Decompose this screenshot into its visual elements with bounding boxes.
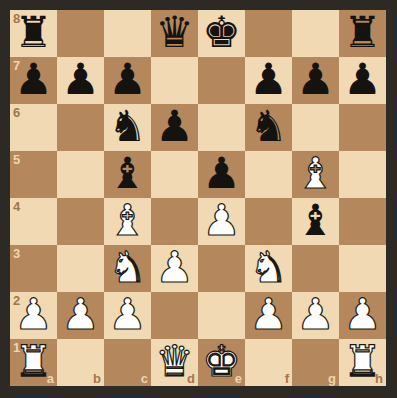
- square-c3[interactable]: ♞: [104, 245, 151, 292]
- white-queen[interactable]: ♛: [151, 338, 198, 385]
- black-rook[interactable]: ♜: [339, 9, 386, 56]
- square-d3[interactable]: ♟: [151, 245, 198, 292]
- rank-label-6: 6: [13, 106, 20, 119]
- black-pawn[interactable]: ♟: [339, 56, 386, 103]
- square-a8[interactable]: 8♜: [10, 10, 57, 57]
- square-a5[interactable]: 5: [10, 151, 57, 198]
- black-pawn[interactable]: ♟: [104, 56, 151, 103]
- square-a6[interactable]: 6: [10, 104, 57, 151]
- square-g8[interactable]: [292, 10, 339, 57]
- rank-label-5: 5: [13, 153, 20, 166]
- black-knight[interactable]: ♞: [245, 103, 292, 150]
- square-g6[interactable]: [292, 104, 339, 151]
- white-pawn[interactable]: ♟: [245, 291, 292, 338]
- square-g3[interactable]: [292, 245, 339, 292]
- square-f1[interactable]: f: [245, 339, 292, 386]
- black-knight[interactable]: ♞: [104, 103, 151, 150]
- square-b5[interactable]: [57, 151, 104, 198]
- square-e5[interactable]: ♟: [198, 151, 245, 198]
- black-pawn[interactable]: ♟: [151, 103, 198, 150]
- black-pawn[interactable]: ♟: [198, 150, 245, 197]
- square-b1[interactable]: b: [57, 339, 104, 386]
- square-h6[interactable]: [339, 104, 386, 151]
- square-b6[interactable]: [57, 104, 104, 151]
- black-pawn[interactable]: ♟: [10, 56, 57, 103]
- square-c5[interactable]: ♝: [104, 151, 151, 198]
- square-a2[interactable]: 2♟: [10, 292, 57, 339]
- square-f2[interactable]: ♟: [245, 292, 292, 339]
- white-rook[interactable]: ♜: [339, 338, 386, 385]
- square-e1[interactable]: e♚: [198, 339, 245, 386]
- square-d5[interactable]: [151, 151, 198, 198]
- black-king[interactable]: ♚: [198, 9, 245, 56]
- square-b2[interactable]: ♟: [57, 292, 104, 339]
- square-f8[interactable]: [245, 10, 292, 57]
- black-queen[interactable]: ♛: [151, 9, 198, 56]
- square-a1[interactable]: 1a♜: [10, 339, 57, 386]
- white-pawn[interactable]: ♟: [151, 244, 198, 291]
- square-h8[interactable]: ♜: [339, 10, 386, 57]
- white-knight[interactable]: ♞: [245, 244, 292, 291]
- white-pawn[interactable]: ♟: [104, 291, 151, 338]
- square-h5[interactable]: [339, 151, 386, 198]
- chess-board-frame: 8♜♛♚♜7♟♟♟♟♟♟6♞♟♞5♝♟♝4♝♟♝3♞♟♞2♟♟♟♟♟♟1a♜bc…: [0, 0, 397, 398]
- square-g7[interactable]: ♟: [292, 57, 339, 104]
- square-c1[interactable]: c: [104, 339, 151, 386]
- square-a4[interactable]: 4: [10, 198, 57, 245]
- square-e4[interactable]: ♟: [198, 198, 245, 245]
- square-f3[interactable]: ♞: [245, 245, 292, 292]
- black-pawn[interactable]: ♟: [245, 56, 292, 103]
- white-rook[interactable]: ♜: [10, 338, 57, 385]
- black-bishop[interactable]: ♝: [292, 197, 339, 244]
- square-d4[interactable]: [151, 198, 198, 245]
- rank-label-4: 4: [13, 200, 20, 213]
- white-pawn[interactable]: ♟: [10, 291, 57, 338]
- square-f5[interactable]: [245, 151, 292, 198]
- square-e8[interactable]: ♚: [198, 10, 245, 57]
- white-knight[interactable]: ♞: [104, 244, 151, 291]
- square-g2[interactable]: ♟: [292, 292, 339, 339]
- square-d2[interactable]: [151, 292, 198, 339]
- square-a3[interactable]: 3: [10, 245, 57, 292]
- square-b7[interactable]: ♟: [57, 57, 104, 104]
- square-d6[interactable]: ♟: [151, 104, 198, 151]
- square-c7[interactable]: ♟: [104, 57, 151, 104]
- file-label-c: c: [141, 372, 148, 385]
- white-pawn[interactable]: ♟: [198, 197, 245, 244]
- white-pawn[interactable]: ♟: [292, 291, 339, 338]
- black-bishop[interactable]: ♝: [104, 150, 151, 197]
- file-label-g: g: [328, 372, 336, 385]
- black-pawn[interactable]: ♟: [57, 56, 104, 103]
- square-b8[interactable]: [57, 10, 104, 57]
- file-label-f: f: [285, 372, 289, 385]
- square-b3[interactable]: [57, 245, 104, 292]
- square-e3[interactable]: [198, 245, 245, 292]
- square-c8[interactable]: [104, 10, 151, 57]
- square-g1[interactable]: g: [292, 339, 339, 386]
- black-pawn[interactable]: ♟: [292, 56, 339, 103]
- square-e6[interactable]: [198, 104, 245, 151]
- white-pawn[interactable]: ♟: [57, 291, 104, 338]
- square-h1[interactable]: h♜: [339, 339, 386, 386]
- square-f7[interactable]: ♟: [245, 57, 292, 104]
- white-bishop[interactable]: ♝: [104, 197, 151, 244]
- square-d8[interactable]: ♛: [151, 10, 198, 57]
- square-g5[interactable]: ♝: [292, 151, 339, 198]
- square-b4[interactable]: [57, 198, 104, 245]
- white-bishop[interactable]: ♝: [292, 150, 339, 197]
- white-king[interactable]: ♚: [198, 338, 245, 385]
- square-d7[interactable]: [151, 57, 198, 104]
- file-label-b: b: [93, 372, 101, 385]
- square-g4[interactable]: ♝: [292, 198, 339, 245]
- square-f4[interactable]: [245, 198, 292, 245]
- square-c6[interactable]: ♞: [104, 104, 151, 151]
- black-rook[interactable]: ♜: [10, 9, 57, 56]
- square-c4[interactable]: ♝: [104, 198, 151, 245]
- square-h4[interactable]: [339, 198, 386, 245]
- rank-label-3: 3: [13, 247, 20, 260]
- square-c2[interactable]: ♟: [104, 292, 151, 339]
- chess-board: 8♜♛♚♜7♟♟♟♟♟♟6♞♟♞5♝♟♝4♝♟♝3♞♟♞2♟♟♟♟♟♟1a♜bc…: [10, 10, 386, 386]
- square-h7[interactable]: ♟: [339, 57, 386, 104]
- square-h3[interactable]: [339, 245, 386, 292]
- square-f6[interactable]: ♞: [245, 104, 292, 151]
- square-e7[interactable]: [198, 57, 245, 104]
- white-pawn[interactable]: ♟: [339, 291, 386, 338]
- square-h2[interactable]: ♟: [339, 292, 386, 339]
- square-a7[interactable]: 7♟: [10, 57, 57, 104]
- square-d1[interactable]: d♛: [151, 339, 198, 386]
- square-e2[interactable]: [198, 292, 245, 339]
